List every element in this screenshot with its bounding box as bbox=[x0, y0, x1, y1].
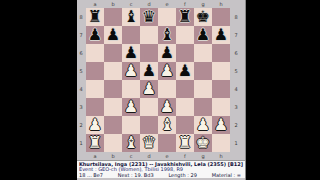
square-e7[interactable]: ♝ bbox=[158, 26, 176, 44]
black-pawn-h7[interactable]: ♟ bbox=[214, 26, 228, 44]
black-rook-a8[interactable]: ♜ bbox=[88, 8, 102, 26]
square-d4[interactable]: ♟ bbox=[140, 80, 158, 98]
video-frame: abcdefgh 87654321 ♜♝♛♜♚♟♟♝♟♟♟♟♟♟♟♟♟♟♟♟♝♟… bbox=[0, 0, 320, 180]
square-f2[interactable] bbox=[176, 116, 194, 134]
rank-label-4: 4 bbox=[78, 80, 84, 98]
square-d5[interactable]: ♟ bbox=[140, 62, 158, 80]
square-d1[interactable]: ♛ bbox=[140, 134, 158, 152]
white-pawn-d4[interactable]: ♟ bbox=[142, 80, 156, 98]
rank-label-5: 5 bbox=[233, 62, 239, 80]
black-king-g8[interactable]: ♚ bbox=[196, 8, 210, 26]
file-label-b: b bbox=[104, 1, 122, 7]
chess-viewer-panel: abcdefgh 87654321 ♜♝♛♜♚♟♟♝♟♟♟♟♟♟♟♟♟♟♟♟♝♟… bbox=[77, 0, 246, 180]
square-a7[interactable]: ♟ bbox=[86, 26, 104, 44]
square-c8[interactable]: ♝ bbox=[122, 8, 140, 26]
square-f8[interactable]: ♜ bbox=[176, 8, 194, 26]
white-pawn-g2[interactable]: ♟ bbox=[196, 116, 210, 134]
square-b1[interactable] bbox=[104, 134, 122, 152]
black-queen-d8[interactable]: ♛ bbox=[142, 8, 156, 26]
rank-label-7: 7 bbox=[78, 26, 84, 44]
rank-label-3: 3 bbox=[78, 98, 84, 116]
square-e6[interactable]: ♟ bbox=[158, 44, 176, 62]
square-c4[interactable] bbox=[122, 80, 140, 98]
square-b6[interactable] bbox=[104, 44, 122, 62]
square-c2[interactable] bbox=[122, 116, 140, 134]
file-label-g: g bbox=[194, 153, 212, 159]
file-labels-bottom: abcdefgh bbox=[86, 153, 230, 159]
rank-label-2: 2 bbox=[233, 116, 239, 134]
square-g6[interactable] bbox=[194, 44, 212, 62]
white-pawn-c3[interactable]: ♟ bbox=[124, 98, 138, 116]
rank-label-8: 8 bbox=[78, 8, 84, 26]
square-e2[interactable]: ♝ bbox=[158, 116, 176, 134]
square-g5[interactable] bbox=[194, 62, 212, 80]
square-g4[interactable] bbox=[194, 80, 212, 98]
square-d8[interactable]: ♛ bbox=[140, 8, 158, 26]
file-label-e: e bbox=[158, 1, 176, 7]
square-g7[interactable]: ♟ bbox=[194, 26, 212, 44]
rank-label-1: 1 bbox=[78, 134, 84, 152]
square-h2[interactable]: ♟ bbox=[212, 116, 230, 134]
white-pawn-a2[interactable]: ♟ bbox=[88, 116, 102, 134]
square-d2[interactable] bbox=[140, 116, 158, 134]
status-line: 18 ... Be7 Next : 19. Bd3 Length : 29 Ma… bbox=[77, 172, 245, 178]
black-pawn-f5[interactable]: ♟ bbox=[178, 62, 192, 80]
square-a8[interactable]: ♜ bbox=[86, 8, 104, 26]
square-h5[interactable] bbox=[212, 62, 230, 80]
white-rook-f1[interactable]: ♜ bbox=[178, 134, 192, 152]
square-f4[interactable] bbox=[176, 80, 194, 98]
rank-label-5: 5 bbox=[78, 62, 84, 80]
white-pawn-h2[interactable]: ♟ bbox=[214, 116, 228, 134]
square-b4[interactable] bbox=[104, 80, 122, 98]
square-b8[interactable] bbox=[104, 8, 122, 26]
square-b5[interactable] bbox=[104, 62, 122, 80]
square-g3[interactable] bbox=[194, 98, 212, 116]
square-a2[interactable]: ♟ bbox=[86, 116, 104, 134]
white-king-g1[interactable]: ♚ bbox=[196, 134, 210, 152]
square-h4[interactable] bbox=[212, 80, 230, 98]
square-f1[interactable]: ♜ bbox=[176, 134, 194, 152]
black-pawn-c6[interactable]: ♟ bbox=[124, 44, 138, 62]
square-d3[interactable] bbox=[140, 98, 158, 116]
file-label-d: d bbox=[140, 153, 158, 159]
square-c3[interactable]: ♟ bbox=[122, 98, 140, 116]
square-e4[interactable] bbox=[158, 80, 176, 98]
rank-label-3: 3 bbox=[233, 98, 239, 116]
black-pawn-b7[interactable]: ♟ bbox=[106, 26, 120, 44]
black-pawn-a7[interactable]: ♟ bbox=[88, 26, 102, 44]
length-label: Length : 29 bbox=[168, 172, 196, 178]
rank-labels-left: 87654321 bbox=[78, 8, 84, 152]
square-g2[interactable]: ♟ bbox=[194, 116, 212, 134]
file-label-h: h bbox=[212, 1, 230, 7]
square-c7[interactable] bbox=[122, 26, 140, 44]
white-pawn-e5[interactable]: ♟ bbox=[160, 62, 174, 80]
square-c1[interactable]: ♝ bbox=[122, 134, 140, 152]
black-pawn-e6[interactable]: ♟ bbox=[160, 44, 174, 62]
rank-label-6: 6 bbox=[233, 44, 239, 62]
rank-labels-right: 87654321 bbox=[233, 8, 239, 152]
square-e1[interactable] bbox=[158, 134, 176, 152]
square-a3[interactable] bbox=[86, 98, 104, 116]
file-label-f: f bbox=[176, 153, 194, 159]
white-rook-a1[interactable]: ♜ bbox=[88, 134, 102, 152]
rank-label-1: 1 bbox=[233, 134, 239, 152]
game-info-panel: Khurtsilava, Inga (2231) -- Javakhishvil… bbox=[77, 160, 245, 178]
square-a5[interactable] bbox=[86, 62, 104, 80]
square-a4[interactable] bbox=[86, 80, 104, 98]
black-bishop-c8[interactable]: ♝ bbox=[124, 8, 138, 26]
square-g1[interactable]: ♚ bbox=[194, 134, 212, 152]
black-bishop-e7[interactable]: ♝ bbox=[160, 26, 174, 44]
file-label-e: e bbox=[158, 153, 176, 159]
square-h8[interactable] bbox=[212, 8, 230, 26]
square-e5[interactable]: ♟ bbox=[158, 62, 176, 80]
square-h7[interactable]: ♟ bbox=[212, 26, 230, 44]
last-move-label: 18 ... Be7 bbox=[79, 172, 103, 178]
black-rook-f8[interactable]: ♜ bbox=[178, 8, 192, 26]
rank-label-6: 6 bbox=[78, 44, 84, 62]
square-a1[interactable]: ♜ bbox=[86, 134, 104, 152]
square-b3[interactable] bbox=[104, 98, 122, 116]
square-h3[interactable] bbox=[212, 98, 230, 116]
file-label-a: a bbox=[86, 153, 104, 159]
file-label-b: b bbox=[104, 153, 122, 159]
rank-label-4: 4 bbox=[233, 80, 239, 98]
square-f7[interactable] bbox=[176, 26, 194, 44]
white-queen-d1[interactable]: ♛ bbox=[142, 134, 156, 152]
white-bishop-e2[interactable]: ♝ bbox=[160, 116, 174, 134]
file-label-c: c bbox=[122, 153, 140, 159]
material-label: Material : = bbox=[212, 172, 241, 178]
square-c6[interactable]: ♟ bbox=[122, 44, 140, 62]
black-pawn-d5[interactable]: ♟ bbox=[142, 62, 156, 80]
chess-board[interactable]: ♜♝♛♜♚♟♟♝♟♟♟♟♟♟♟♟♟♟♟♟♝♟♟♜♝♛♜♚ bbox=[86, 8, 230, 152]
next-move-label: Next : 19. Bd3 bbox=[118, 172, 154, 178]
square-c5[interactable]: ♟ bbox=[122, 62, 140, 80]
square-d7[interactable] bbox=[140, 26, 158, 44]
rank-label-2: 2 bbox=[78, 116, 84, 134]
square-h6[interactable] bbox=[212, 44, 230, 62]
black-pawn-g7[interactable]: ♟ bbox=[196, 26, 210, 44]
square-b2[interactable] bbox=[104, 116, 122, 134]
square-a6[interactable] bbox=[86, 44, 104, 62]
square-f3[interactable] bbox=[176, 98, 194, 116]
file-label-h: h bbox=[212, 153, 230, 159]
square-e3[interactable]: ♟ bbox=[158, 98, 176, 116]
square-b7[interactable]: ♟ bbox=[104, 26, 122, 44]
square-f5[interactable]: ♟ bbox=[176, 62, 194, 80]
white-pawn-c5[interactable]: ♟ bbox=[124, 62, 138, 80]
rank-label-7: 7 bbox=[233, 26, 239, 44]
white-bishop-c1[interactable]: ♝ bbox=[124, 134, 138, 152]
rank-label-8: 8 bbox=[233, 8, 239, 26]
square-g8[interactable]: ♚ bbox=[194, 8, 212, 26]
square-h1[interactable] bbox=[212, 134, 230, 152]
square-e8[interactable] bbox=[158, 8, 176, 26]
square-d6[interactable] bbox=[140, 44, 158, 62]
square-f6[interactable] bbox=[176, 44, 194, 62]
white-pawn-e3[interactable]: ♟ bbox=[160, 98, 174, 116]
